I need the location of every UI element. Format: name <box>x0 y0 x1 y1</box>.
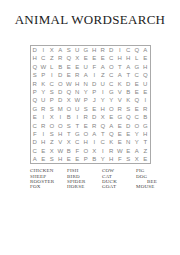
grid-cell-r4c2[interactable]: P <box>39 71 48 79</box>
grid-cell-r5c12[interactable]: D <box>124 80 133 88</box>
grid-cell-r6c4[interactable]: D <box>56 88 65 96</box>
grid-cell-r12c3[interactable]: Z <box>48 138 57 146</box>
grid-cell-r8c10[interactable]: O <box>107 105 116 113</box>
grid-cell-r5c13[interactable]: E <box>133 80 142 88</box>
grid-cell-r11c9[interactable]: T <box>99 130 108 138</box>
grid-cell-r8c13[interactable]: E <box>133 105 142 113</box>
grid-cell-r4c6[interactable]: R <box>73 71 82 79</box>
grid-cell-r10c2[interactable]: R <box>39 122 48 130</box>
grid-cell-r8c5[interactable]: O <box>65 105 74 113</box>
grid-cell-r1c12[interactable]: C <box>124 46 133 54</box>
grid-cell-r8c7[interactable]: S <box>82 105 91 113</box>
grid-cell-r11c4[interactable]: H <box>56 130 65 138</box>
word-item-fox: FOX <box>30 184 67 189</box>
grid-cell-r12c5[interactable]: X <box>65 138 74 146</box>
grid-cell-r10c12[interactable]: D <box>124 122 133 130</box>
grid-cell-r2c9[interactable]: E <box>99 54 108 62</box>
grid-cell-r3c7[interactable]: U <box>82 63 91 71</box>
grid-cell-r5c4[interactable]: O <box>56 80 65 88</box>
grid-cell-r6c9[interactable]: I <box>99 88 108 96</box>
grid-cell-r1c5[interactable]: S <box>65 46 74 54</box>
grid-cell-r2c3[interactable]: Z <box>48 54 57 62</box>
grid-cell-r14c14[interactable]: E <box>141 155 150 163</box>
grid-cell-r5c14[interactable]: U <box>141 80 150 88</box>
grid-cell-r13c3[interactable]: X <box>48 147 57 155</box>
grid-cell-r5c11[interactable]: K <box>116 80 125 88</box>
grid-cell-r2c7[interactable]: E <box>82 54 91 62</box>
grid-cell-r7c6[interactable]: W <box>73 96 82 104</box>
grid-cell-r1c8[interactable]: H <box>90 46 99 54</box>
grid-cell-r9c13[interactable]: C <box>133 113 142 121</box>
word-list-column-3: COWCATDUCKGOAT <box>102 168 136 188</box>
grid-cell-r2c11[interactable]: H <box>116 54 125 62</box>
grid-cell-r3c9[interactable]: A <box>99 63 108 71</box>
grid-cell-r7c9[interactable]: Y <box>99 96 108 104</box>
grid-cell-r12c13[interactable]: Y <box>133 138 142 146</box>
grid-cell-r6c5[interactable]: Q <box>65 88 74 96</box>
grid-cell-r13c4[interactable]: W <box>56 147 65 155</box>
grid-cell-r2c8[interactable]: E <box>90 54 99 62</box>
grid-cell-r4c4[interactable]: D <box>56 71 65 79</box>
grid-cell-r7c4[interactable]: D <box>56 96 65 104</box>
grid-cell-r5c3[interactable]: C <box>48 80 57 88</box>
grid-cell-r6c12[interactable]: B <box>124 88 133 96</box>
grid-cell-r10c4[interactable]: O <box>56 122 65 130</box>
grid-cell-r3c5[interactable]: E <box>65 63 74 71</box>
word-list-column-4: PIGDOGBEEMOUSE <box>136 168 164 188</box>
grid-cell-r14c13[interactable]: X <box>133 155 142 163</box>
grid-cell-r11c8[interactable]: A <box>90 130 99 138</box>
grid-cell-r13c6[interactable]: F <box>73 147 82 155</box>
grid-cell-r10c10[interactable]: A <box>107 122 116 130</box>
grid-cell-r6c14[interactable]: E <box>141 88 150 96</box>
grid-cell-r10c8[interactable]: R <box>90 122 99 130</box>
grid-cell-r2c5[interactable]: Q <box>65 54 74 62</box>
grid-cell-r6c6[interactable]: N <box>73 88 82 96</box>
grid-cell-r7c1[interactable]: Q <box>31 96 40 104</box>
grid-cell-r14c4[interactable]: H <box>56 155 65 163</box>
grid-cell-r7c12[interactable]: K <box>124 96 133 104</box>
grid-cell-r9c3[interactable]: X <box>48 113 57 121</box>
grid-cell-r6c13[interactable]: E <box>133 88 142 96</box>
grid-cell-r1c6[interactable]: U <box>73 46 82 54</box>
grid-cell-r5c10[interactable]: C <box>107 80 116 88</box>
grid-cell-r10c11[interactable]: E <box>116 122 125 130</box>
grid-cell-r12c10[interactable]: K <box>107 138 116 146</box>
grid-cell-r14c9[interactable]: Y <box>99 155 108 163</box>
grid-cell-r14c3[interactable]: S <box>48 155 57 163</box>
grid-cell-r10c1[interactable]: C <box>31 122 40 130</box>
grid-cell-r1c2[interactable]: I <box>39 46 48 54</box>
grid-cell-r9c1[interactable]: E <box>31 113 40 121</box>
grid-cell-r7c8[interactable]: J <box>90 96 99 104</box>
grid-cell-r4c10[interactable]: C <box>107 71 116 79</box>
grid-cell-r11c11[interactable]: E <box>116 130 125 138</box>
grid-cell-r14c11[interactable]: F <box>116 155 125 163</box>
word-list-column-1: CHICKENSHEEPROOSTERFOX <box>30 168 67 188</box>
grid-cell-r11c13[interactable]: Y <box>133 130 142 138</box>
grid-cell-r3c11[interactable]: T <box>116 63 125 71</box>
grid-cell-r2c1[interactable]: H <box>31 54 40 62</box>
grid-cell-r12c11[interactable]: E <box>116 138 125 146</box>
grid-cell-r14c8[interactable]: B <box>90 155 99 163</box>
grid-cell-r2c2[interactable]: C <box>39 54 48 62</box>
grid-cell-r5c9[interactable]: U <box>99 80 108 88</box>
grid-cell-r13c10[interactable]: R <box>107 147 116 155</box>
grid-cell-r13c2[interactable]: E <box>39 147 48 155</box>
grid-cell-r6c11[interactable]: V <box>116 88 125 96</box>
grid-cell-r1c10[interactable]: D <box>107 46 116 54</box>
grid-cell-r4c7[interactable]: A <box>82 71 91 79</box>
grid-cell-r14c7[interactable]: P <box>82 155 91 163</box>
grid-cell-r1c7[interactable]: G <box>82 46 91 54</box>
wordsearch-grid: DIXASUGHRDICQAHCZRQXEEECHHLEQWLBEEUFAOTA… <box>30 45 151 164</box>
grid-cell-r3c10[interactable]: O <box>107 63 116 71</box>
grid-cell-r12c6[interactable]: C <box>73 138 82 146</box>
grid-cell-r7c11[interactable]: V <box>116 96 125 104</box>
grid-cell-r8c6[interactable]: U <box>73 105 82 113</box>
grid-cell-r8c14[interactable]: R <box>141 105 150 113</box>
grid-cell-r9c8[interactable]: D <box>90 113 99 121</box>
grid-cell-r14c10[interactable]: H <box>107 155 116 163</box>
grid-cell-r3c6[interactable]: E <box>73 63 82 71</box>
grid-cell-r4c1[interactable]: S <box>31 71 40 79</box>
grid-cell-r2c14[interactable]: E <box>141 54 150 62</box>
grid-cell-r3c4[interactable]: B <box>56 63 65 71</box>
grid-cell-r12c1[interactable]: D <box>31 138 40 146</box>
grid-cell-r5c6[interactable]: H <box>73 80 82 88</box>
word-list-column-2: FISHBIRDSPIDERHORSE <box>67 168 102 188</box>
grid-cell-r12c4[interactable]: V <box>56 138 65 146</box>
page-title: ANIMAL WORDSEARCH <box>0 12 180 28</box>
grid-cell-r4c14[interactable]: Q <box>141 71 150 79</box>
grid-cell-r14c6[interactable]: E <box>73 155 82 163</box>
grid-cell-r10c13[interactable]: O <box>133 122 142 130</box>
grid-cell-r6c2[interactable]: Y <box>39 88 48 96</box>
grid-cell-r6c1[interactable]: P <box>31 88 40 96</box>
grid-cell-r11c3[interactable]: S <box>48 130 57 138</box>
grid-cell-r8c4[interactable]: M <box>56 105 65 113</box>
grid-cell-r1c3[interactable]: X <box>48 46 57 54</box>
grid-cell-r14c2[interactable]: E <box>39 155 48 163</box>
word-item-mouse: MOUSE <box>136 184 164 189</box>
grid-cell-r9c11[interactable]: G <box>116 113 125 121</box>
grid-cell-r7c2[interactable]: U <box>39 96 48 104</box>
grid-cell-r4c3[interactable]: I <box>48 71 57 79</box>
grid-cell-r2c13[interactable]: L <box>133 54 142 62</box>
grid-cell-r11c6[interactable]: G <box>73 130 82 138</box>
grid-cell-r11c14[interactable]: H <box>141 130 150 138</box>
grid-cell-r9c14[interactable]: B <box>141 113 150 121</box>
grid-cell-r11c12[interactable]: E <box>124 130 133 138</box>
grid-cell-r10c6[interactable]: T <box>73 122 82 130</box>
grid-cell-r1c9[interactable]: R <box>99 46 108 54</box>
grid-cell-r2c6[interactable]: X <box>73 54 82 62</box>
grid-cell-r9c6[interactable]: I <box>73 113 82 121</box>
grid-cell-r11c5[interactable]: T <box>65 130 74 138</box>
grid-cell-r9c2[interactable]: I <box>39 113 48 121</box>
grid-cell-r11c7[interactable]: O <box>82 130 91 138</box>
grid-cell-r9c7[interactable]: R <box>82 113 91 121</box>
grid-cell-r5c5[interactable]: W <box>65 80 74 88</box>
grid-cell-r10c9[interactable]: Q <box>99 122 108 130</box>
grid-cell-r12c14[interactable]: T <box>141 138 150 146</box>
grid-cell-r13c14[interactable]: Z <box>141 147 150 155</box>
word-item-horse: HORSE <box>67 184 102 189</box>
grid-cell-r14c5[interactable]: E <box>65 155 74 163</box>
grid-cell-r8c3[interactable]: S <box>48 105 57 113</box>
grid-cell-r4c13[interactable]: C <box>133 71 142 79</box>
grid-cell-r14c1[interactable]: A <box>31 155 40 163</box>
grid-cell-r3c14[interactable]: H <box>141 63 150 71</box>
grid-cell-r13c1[interactable]: C <box>31 147 40 155</box>
grid-cell-r12c2[interactable]: H <box>39 138 48 146</box>
worksheet-page: ANIMAL WORDSEARCH DIXASUGHRDICQAHCZRQXEE… <box>0 0 180 255</box>
grid-cell-r4c5[interactable]: E <box>65 71 74 79</box>
grid-cell-r9c5[interactable]: B <box>65 113 74 121</box>
word-list: CHICKENSHEEPROOSTERFOXFISHBIRDSPIDERHORS… <box>30 168 180 188</box>
grid-cell-r13c8[interactable]: X <box>90 147 99 155</box>
grid-cell-r14c12[interactable]: S <box>124 155 133 163</box>
grid-cell-r7c13[interactable]: Q <box>133 96 142 104</box>
grid-cell-r9c10[interactable]: E <box>107 113 116 121</box>
grid-cell-r12c12[interactable]: N <box>124 138 133 146</box>
grid-cell-r13c5[interactable]: B <box>65 147 74 155</box>
grid-cell-r4c11[interactable]: A <box>116 71 125 79</box>
grid-cell-r3c13[interactable]: G <box>133 63 142 71</box>
grid-cell-r1c11[interactable]: I <box>116 46 125 54</box>
grid-cell-r7c10[interactable]: Y <box>107 96 116 104</box>
grid-cell-r8c9[interactable]: H <box>99 105 108 113</box>
grid-cell-r7c3[interactable]: P <box>48 96 57 104</box>
grid-cell-r13c11[interactable]: W <box>116 147 125 155</box>
grid-cell-r3c1[interactable]: Q <box>31 63 40 71</box>
grid-cell-r4c9[interactable]: Z <box>99 71 108 79</box>
grid-cell-r5c8[interactable]: D <box>90 80 99 88</box>
grid-cell-r12c8[interactable]: I <box>90 138 99 146</box>
grid-cell-r13c13[interactable]: A <box>133 147 142 155</box>
grid-cell-r8c1[interactable]: G <box>31 105 40 113</box>
grid-cell-r8c11[interactable]: R <box>116 105 125 113</box>
grid-cell-r6c3[interactable]: S <box>48 88 57 96</box>
grid-cell-r10c3[interactable]: O <box>48 122 57 130</box>
grid-cell-r3c8[interactable]: F <box>90 63 99 71</box>
grid-cell-r11c2[interactable]: I <box>39 130 48 138</box>
grid-cell-r12c9[interactable]: C <box>99 138 108 146</box>
grid-cell-r3c3[interactable]: L <box>48 63 57 71</box>
grid-cell-r8c2[interactable]: R <box>39 105 48 113</box>
grid-cell-r13c7[interactable]: O <box>82 147 91 155</box>
grid-cell-r11c10[interactable]: Q <box>107 130 116 138</box>
grid-cell-r1c4[interactable]: A <box>56 46 65 54</box>
grid-cell-r13c12[interactable]: E <box>124 147 133 155</box>
grid-cell-r4c12[interactable]: T <box>124 71 133 79</box>
grid-cell-r1c13[interactable]: Q <box>133 46 142 54</box>
grid-cell-r3c12[interactable]: A <box>124 63 133 71</box>
grid-cell-r7c5[interactable]: X <box>65 96 74 104</box>
grid-cell-r11c1[interactable]: F <box>31 130 40 138</box>
grid-cell-r10c14[interactable]: G <box>141 122 150 130</box>
grid-cell-r4c8[interactable]: I <box>90 71 99 79</box>
grid-cell-r13c9[interactable]: I <box>99 147 108 155</box>
grid-cell-r1c1[interactable]: D <box>31 46 40 54</box>
grid-cell-r8c12[interactable]: S <box>124 105 133 113</box>
grid-cell-r6c7[interactable]: Y <box>82 88 91 96</box>
grid-cell-r10c7[interactable]: E <box>82 122 91 130</box>
grid-cell-r2c4[interactable]: R <box>56 54 65 62</box>
grid-cell-r2c12[interactable]: H <box>124 54 133 62</box>
grid-cell-r12c7[interactable]: H <box>82 138 91 146</box>
grid-cell-r7c14[interactable]: I <box>141 96 150 104</box>
grid-cell-r9c4[interactable]: I <box>56 113 65 121</box>
grid-cell-r7c7[interactable]: P <box>82 96 91 104</box>
grid-cell-r2c10[interactable]: C <box>107 54 116 62</box>
grid-cell-r9c9[interactable]: X <box>99 113 108 121</box>
grid-cell-r1c14[interactable]: A <box>141 46 150 54</box>
grid-cell-r5c7[interactable]: N <box>82 80 91 88</box>
grid-cell-r6c8[interactable]: P <box>90 88 99 96</box>
word-item-goat: GOAT <box>102 184 136 189</box>
grid-cell-r8c8[interactable]: E <box>90 105 99 113</box>
grid-cell-r6c10[interactable]: G <box>107 88 116 96</box>
grid-cell-r10c5[interactable]: S <box>65 122 74 130</box>
grid-cell-r5c1[interactable]: R <box>31 80 40 88</box>
grid-cell-r5c2[interactable]: K <box>39 80 48 88</box>
grid-cell-r3c2[interactable]: W <box>39 63 48 71</box>
grid-cell-r9c12[interactable]: Q <box>124 113 133 121</box>
